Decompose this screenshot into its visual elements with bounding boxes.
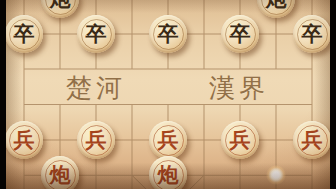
piece-glyph: 炮: [158, 156, 179, 189]
piece-black-pawn[interactable]: 卒: [5, 15, 43, 53]
piece-black-pawn[interactable]: 卒: [77, 15, 115, 53]
piece-glyph: 炮: [50, 0, 71, 18]
piece-red-pawn[interactable]: 兵: [221, 121, 259, 159]
piece-black-pawn[interactable]: 卒: [221, 15, 259, 53]
piece-glyph: 兵: [230, 121, 251, 159]
piece-red-pawn[interactable]: 兵: [293, 121, 331, 159]
piece-glyph: 兵: [14, 121, 35, 159]
pillarbox-right: [330, 0, 336, 189]
piece-red-pawn[interactable]: 兵: [5, 121, 43, 159]
piece-glyph: 卒: [302, 15, 323, 53]
piece-glyph: 兵: [86, 121, 107, 159]
piece-glyph: 炮: [266, 0, 287, 18]
river-label-han-jie: 漢界: [209, 71, 269, 106]
video-frame: 楚河 漢界 炮炮卒卒卒卒卒兵兵兵兵炮炮兵: [0, 0, 336, 189]
piece-glyph: 卒: [86, 15, 107, 53]
piece-glyph: 兵: [302, 121, 323, 159]
piece-glyph: 炮: [50, 156, 71, 189]
piece-red-cannon[interactable]: 炮: [41, 156, 79, 189]
piece-black-pawn[interactable]: 卒: [293, 15, 331, 53]
pillarbox-left: [0, 0, 6, 189]
piece-black-pawn[interactable]: 卒: [149, 15, 187, 53]
piece-red-pawn[interactable]: 兵: [149, 121, 187, 159]
river-label-chu-he: 楚河: [66, 71, 126, 106]
piece-glyph: 卒: [230, 15, 251, 53]
piece-red-cannon[interactable]: 炮: [149, 156, 187, 189]
piece-glyph: 卒: [14, 15, 35, 53]
piece-glyph: 兵: [158, 121, 179, 159]
piece-glyph: 卒: [158, 15, 179, 53]
piece-red-pawn[interactable]: 兵: [77, 121, 115, 159]
